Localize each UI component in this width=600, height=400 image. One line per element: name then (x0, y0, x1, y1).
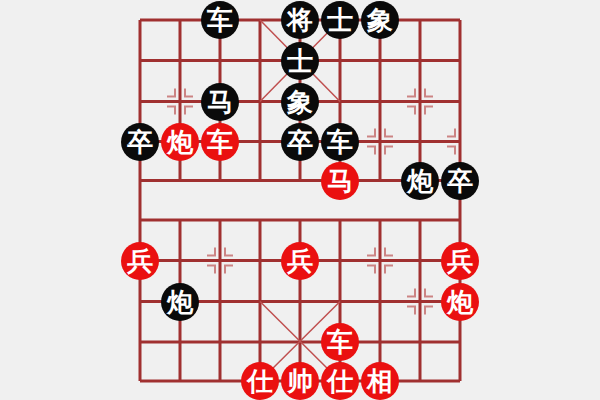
black-soldier-piece[interactable]: 卒 (281, 123, 319, 161)
red-chariot-piece[interactable]: 车 (201, 123, 239, 161)
red-advisor-piece[interactable]: 仕 (241, 362, 279, 400)
black-elephant-piece[interactable]: 象 (281, 83, 319, 121)
red-general-piece[interactable]: 帅 (281, 362, 319, 400)
red-elephant-piece[interactable]: 相 (361, 362, 399, 400)
red-chariot-piece[interactable]: 车 (321, 323, 359, 361)
red-soldier-piece[interactable]: 兵 (441, 242, 479, 280)
black-elephant-piece[interactable]: 象 (361, 1, 399, 39)
black-advisor-piece[interactable]: 士 (321, 1, 359, 39)
black-cannon-piece[interactable]: 炮 (161, 283, 199, 321)
black-soldier-piece[interactable]: 卒 (441, 162, 479, 200)
red-horse-piece[interactable]: 马 (321, 162, 359, 200)
red-soldier-piece[interactable]: 兵 (121, 242, 159, 280)
black-general-piece[interactable]: 将 (281, 1, 319, 39)
red-advisor-piece[interactable]: 仕 (321, 362, 359, 400)
red-cannon-piece[interactable]: 炮 (161, 123, 199, 161)
black-cannon-piece[interactable]: 炮 (401, 162, 439, 200)
red-cannon-piece[interactable]: 炮 (441, 283, 479, 321)
black-chariot-piece[interactable]: 车 (321, 123, 359, 161)
black-chariot-piece[interactable]: 车 (201, 1, 239, 39)
piece-layer: 车将士象士马象卒炮车卒车马炮卒兵兵兵炮炮车仕帅仕相 (120, 0, 480, 400)
black-horse-piece[interactable]: 马 (201, 83, 239, 121)
red-soldier-piece[interactable]: 兵 (281, 242, 319, 280)
xiangqi-app-screen: 车将士象士马象卒炮车卒车马炮卒兵兵兵炮炮车仕帅仕相 (0, 0, 600, 400)
black-soldier-piece[interactable]: 卒 (121, 123, 159, 161)
black-advisor-piece[interactable]: 士 (281, 42, 319, 80)
xiangqi-board[interactable]: 车将士象士马象卒炮车卒车马炮卒兵兵兵炮炮车仕帅仕相 (0, 0, 600, 400)
